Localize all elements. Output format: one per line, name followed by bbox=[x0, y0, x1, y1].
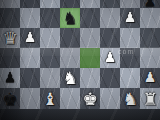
chess-board: ♟♞♟♛♟♟♟♞♟♚♝♚♞♜ bbox=[0, 0, 160, 120]
board-bottom-edge bbox=[0, 109, 160, 120]
chess-app: ♟♞♟♛♟♟♟♞♟♚♝♚♞♜ com bbox=[0, 0, 160, 120]
square-e1[interactable]: ♚ bbox=[80, 88, 100, 109]
square-a3[interactable] bbox=[0, 48, 20, 68]
square-f3[interactable]: ♟ bbox=[100, 48, 120, 68]
square-f5[interactable] bbox=[100, 8, 120, 28]
square-c4[interactable] bbox=[40, 28, 60, 48]
square-c3[interactable] bbox=[40, 48, 60, 68]
white-bishop[interactable]: ♝ bbox=[40, 88, 60, 110]
square-f6[interactable] bbox=[100, 0, 120, 8]
square-d2[interactable]: ♞ bbox=[60, 68, 80, 88]
square-e6[interactable] bbox=[80, 0, 100, 8]
square-a4[interactable]: ♛ bbox=[0, 28, 20, 48]
square-d1[interactable] bbox=[60, 88, 80, 109]
white-pawn[interactable]: ♟ bbox=[100, 48, 120, 67]
square-e2[interactable] bbox=[80, 68, 100, 88]
black-king[interactable]: ♚ bbox=[0, 88, 20, 110]
square-e3[interactable] bbox=[80, 48, 100, 68]
square-h2[interactable]: ♟ bbox=[140, 68, 160, 88]
square-d4[interactable] bbox=[60, 28, 80, 48]
black-pawn[interactable]: ♟ bbox=[0, 68, 20, 87]
square-f4[interactable] bbox=[100, 28, 120, 48]
white-queen[interactable]: ♛ bbox=[0, 28, 20, 48]
square-b2[interactable] bbox=[20, 68, 40, 88]
square-h6[interactable]: ♟ bbox=[140, 0, 160, 8]
black-knight[interactable]: ♞ bbox=[60, 8, 80, 28]
square-e5[interactable] bbox=[80, 8, 100, 28]
square-h5[interactable] bbox=[140, 8, 160, 28]
white-king[interactable]: ♚ bbox=[80, 88, 100, 110]
square-b4[interactable]: ♟ bbox=[20, 28, 40, 48]
white-pawn[interactable]: ♟ bbox=[120, 8, 140, 27]
square-g3[interactable] bbox=[120, 48, 140, 68]
square-f2[interactable] bbox=[100, 68, 120, 88]
square-a6[interactable] bbox=[0, 0, 20, 8]
square-h4[interactable] bbox=[140, 28, 160, 48]
square-d5[interactable]: ♞ bbox=[60, 8, 80, 28]
square-h3[interactable] bbox=[140, 48, 160, 68]
square-g1[interactable]: ♞ bbox=[120, 88, 140, 109]
square-d3[interactable] bbox=[60, 48, 80, 68]
white-knight[interactable]: ♞ bbox=[120, 88, 140, 110]
square-c1[interactable]: ♝ bbox=[40, 88, 60, 109]
square-h1[interactable]: ♜ bbox=[140, 88, 160, 109]
square-c2[interactable] bbox=[40, 68, 60, 88]
square-g4[interactable] bbox=[120, 28, 140, 48]
square-e4[interactable] bbox=[80, 28, 100, 48]
square-a1[interactable]: ♚ bbox=[0, 88, 20, 109]
square-c5[interactable] bbox=[40, 8, 60, 28]
square-a5[interactable] bbox=[0, 8, 20, 28]
square-f1[interactable] bbox=[100, 88, 120, 109]
square-c6[interactable] bbox=[40, 0, 60, 8]
square-b1[interactable] bbox=[20, 88, 40, 109]
square-b5[interactable] bbox=[20, 8, 40, 28]
square-d6[interactable] bbox=[60, 0, 80, 8]
square-g5[interactable]: ♟ bbox=[120, 8, 140, 28]
white-pawn[interactable]: ♟ bbox=[140, 68, 160, 87]
square-b3[interactable] bbox=[20, 48, 40, 68]
black-pawn[interactable]: ♟ bbox=[140, 0, 160, 8]
square-g2[interactable] bbox=[120, 68, 140, 88]
square-b6[interactable] bbox=[20, 0, 40, 8]
white-rook[interactable]: ♜ bbox=[140, 88, 160, 110]
square-g6[interactable] bbox=[120, 0, 140, 8]
white-pawn[interactable]: ♟ bbox=[20, 28, 40, 47]
white-knight[interactable]: ♞ bbox=[60, 68, 80, 88]
square-a2[interactable]: ♟ bbox=[0, 68, 20, 88]
